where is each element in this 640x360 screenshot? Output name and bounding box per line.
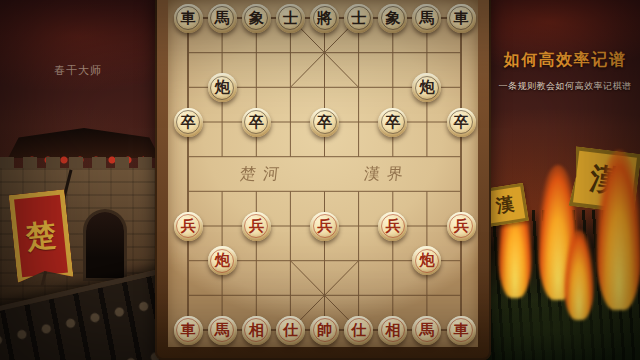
board-point-6-3[interactable]: 卒	[376, 105, 410, 140]
board-point-0-1[interactable]	[171, 36, 205, 71]
board-point-2-3[interactable]: 卒	[239, 105, 273, 140]
flame-icon	[596, 150, 640, 310]
black-piece-b[interactable]: 象	[378, 4, 407, 33]
promo-text-block: 如何高效率记谱 一条规则教会如何高效率记棋谱	[494, 50, 636, 93]
piece-glyph: 馬	[419, 322, 434, 337]
red-piece-n[interactable]: 馬	[208, 316, 237, 345]
red-piece-p[interactable]: 兵	[378, 212, 407, 241]
board-point-7-6[interactable]	[410, 209, 444, 244]
board-point-5-8[interactable]	[342, 278, 376, 313]
piece-glyph: 卒	[385, 114, 400, 129]
board-point-4-4[interactable]	[308, 140, 342, 175]
board-point-4-3[interactable]: 卒	[308, 105, 342, 140]
board-point-0-8[interactable]	[171, 278, 205, 313]
board-point-7-5[interactable]	[410, 174, 444, 209]
piece-glyph: 兵	[317, 218, 332, 233]
piece-glyph: 炮	[419, 253, 434, 268]
board-point-7-3[interactable]	[410, 105, 444, 140]
board-point-6-0[interactable]: 象	[376, 1, 410, 36]
piece-glyph: 車	[454, 322, 469, 337]
board-point-0-5[interactable]	[171, 174, 205, 209]
black-piece-p[interactable]: 卒	[242, 108, 271, 137]
board-point-8-3[interactable]: 卒	[444, 105, 478, 140]
board-point-5-9[interactable]: 仕	[342, 313, 376, 348]
chu-army-flag: 楚	[9, 189, 74, 282]
board-point-2-5[interactable]	[239, 174, 273, 209]
black-piece-a[interactable]: 士	[344, 4, 373, 33]
piece-glyph: 馬	[215, 10, 230, 25]
board-point-2-0[interactable]: 象	[239, 1, 273, 36]
board-point-2-2[interactable]	[239, 70, 273, 105]
black-piece-a[interactable]: 士	[276, 4, 305, 33]
piece-glyph: 兵	[249, 218, 264, 233]
black-piece-n[interactable]: 馬	[412, 4, 441, 33]
board-point-8-2[interactable]	[444, 70, 478, 105]
piece-glyph: 象	[385, 10, 400, 25]
board-point-4-8[interactable]	[308, 278, 342, 313]
board-point-3-0[interactable]: 士	[273, 1, 307, 36]
board-point-0-0[interactable]: 車	[171, 1, 205, 36]
red-piece-b[interactable]: 相	[242, 316, 271, 345]
red-piece-r[interactable]: 車	[174, 316, 203, 345]
board-point-1-1[interactable]	[205, 36, 239, 71]
board-point-2-1[interactable]	[239, 36, 273, 71]
board-point-2-7[interactable]	[239, 244, 273, 279]
piece-glyph: 馬	[215, 322, 230, 337]
board-point-8-0[interactable]: 車	[444, 1, 478, 36]
black-piece-p[interactable]: 卒	[447, 108, 476, 137]
black-piece-b[interactable]: 象	[242, 4, 271, 33]
red-piece-c[interactable]: 炮	[208, 246, 237, 275]
red-piece-p[interactable]: 兵	[174, 212, 203, 241]
board-point-6-7[interactable]	[376, 244, 410, 279]
piece-glyph: 車	[181, 322, 196, 337]
board-point-4-2[interactable]	[308, 70, 342, 105]
board-point-0-6[interactable]: 兵	[171, 209, 205, 244]
board-point-2-4[interactable]	[239, 140, 273, 175]
board-point-5-6[interactable]	[342, 209, 376, 244]
board-point-0-7[interactable]	[171, 244, 205, 279]
board-point-2-6[interactable]: 兵	[239, 209, 273, 244]
board-point-0-3[interactable]: 卒	[171, 105, 205, 140]
piece-glyph: 將	[317, 10, 332, 25]
board-point-8-9[interactable]: 車	[444, 313, 478, 348]
piece-glyph: 仕	[351, 322, 366, 337]
black-piece-r[interactable]: 車	[174, 4, 203, 33]
board-point-7-2[interactable]: 炮	[410, 70, 444, 105]
red-piece-b[interactable]: 相	[378, 316, 407, 345]
red-piece-a[interactable]: 仕	[344, 316, 373, 345]
board-point-0-2[interactable]	[171, 70, 205, 105]
black-piece-k[interactable]: 將	[310, 4, 339, 33]
xiangqi-board[interactable]: 楚河 漢界 車馬象士將士象馬車炮炮卒卒卒卒卒兵兵兵兵兵炮炮車馬相仕帥仕相馬車	[168, 0, 478, 347]
board-point-1-3[interactable]	[205, 105, 239, 140]
board-point-4-7[interactable]	[308, 244, 342, 279]
board-point-5-1[interactable]	[342, 36, 376, 71]
piece-glyph: 兵	[385, 218, 400, 233]
board-point-4-0[interactable]: 將	[308, 1, 342, 36]
board-point-8-6[interactable]: 兵	[444, 209, 478, 244]
board-point-7-8[interactable]	[410, 278, 444, 313]
black-piece-c[interactable]: 炮	[412, 73, 441, 102]
piece-glyph: 仕	[283, 322, 298, 337]
board-point-0-4[interactable]	[171, 140, 205, 175]
board-point-7-9[interactable]: 馬	[410, 313, 444, 348]
board-point-7-7[interactable]: 炮	[410, 244, 444, 279]
board-point-5-0[interactable]: 士	[342, 1, 376, 36]
board-point-5-5[interactable]	[342, 174, 376, 209]
board-point-5-2[interactable]	[342, 70, 376, 105]
board-point-4-1[interactable]	[308, 36, 342, 71]
board-point-8-4[interactable]	[444, 140, 478, 175]
piece-glyph: 象	[249, 10, 264, 25]
board-point-0-9[interactable]: 車	[171, 313, 205, 348]
board-point-1-9[interactable]: 馬	[205, 313, 239, 348]
board-point-3-6[interactable]	[273, 209, 307, 244]
piece-glyph: 相	[249, 322, 264, 337]
board-point-1-7[interactable]: 炮	[205, 244, 239, 279]
board-point-6-8[interactable]	[376, 278, 410, 313]
board-point-5-4[interactable]	[342, 140, 376, 175]
piece-glyph: 卒	[454, 114, 469, 129]
board-point-3-5[interactable]	[273, 174, 307, 209]
board-point-1-2[interactable]: 炮	[205, 70, 239, 105]
black-piece-p[interactable]: 卒	[310, 108, 339, 137]
red-piece-a[interactable]: 仕	[276, 316, 305, 345]
board-point-6-1[interactable]	[376, 36, 410, 71]
board-point-8-1[interactable]	[444, 36, 478, 71]
board-point-4-9[interactable]: 帥	[308, 313, 342, 348]
board-point-1-5[interactable]	[205, 174, 239, 209]
board-point-6-6[interactable]: 兵	[376, 209, 410, 244]
board-point-2-9[interactable]: 相	[239, 313, 273, 348]
board-point-7-1[interactable]	[410, 36, 444, 71]
red-piece-p[interactable]: 兵	[447, 212, 476, 241]
board-point-6-2[interactable]	[376, 70, 410, 105]
piece-glyph: 炮	[419, 80, 434, 95]
gate-arch	[86, 212, 124, 278]
black-piece-c[interactable]: 炮	[208, 73, 237, 102]
xiangqi-board-frame: 楚河 漢界 車馬象士將士象馬車炮炮卒卒卒卒卒兵兵兵兵兵炮炮車馬相仕帥仕相馬車	[155, 0, 491, 360]
piece-glyph: 炮	[215, 253, 230, 268]
board-point-7-0[interactable]: 馬	[410, 1, 444, 36]
board-point-5-3[interactable]	[342, 105, 376, 140]
board-point-3-3[interactable]	[273, 105, 307, 140]
piece-glyph: 車	[454, 10, 469, 25]
black-piece-p[interactable]: 卒	[174, 108, 203, 137]
piece-glyph: 兵	[181, 218, 196, 233]
piece-glyph: 卒	[181, 114, 196, 129]
flame-icon	[564, 230, 594, 320]
piece-glyph: 車	[181, 10, 196, 25]
board-point-6-9[interactable]: 相	[376, 313, 410, 348]
board-point-3-2[interactable]	[273, 70, 307, 105]
board-point-4-6[interactable]: 兵	[308, 209, 342, 244]
piece-glyph: 士	[283, 10, 298, 25]
red-piece-n[interactable]: 馬	[412, 316, 441, 345]
board-point-3-8[interactable]	[273, 278, 307, 313]
board-point-5-7[interactable]	[342, 244, 376, 279]
piece-glyph: 卒	[249, 114, 264, 129]
pieces-layer: 車馬象士將士象馬車炮炮卒卒卒卒卒兵兵兵兵兵炮炮車馬相仕帥仕相馬車	[171, 1, 478, 348]
piece-glyph: 士	[351, 10, 366, 25]
red-piece-r[interactable]: 車	[447, 316, 476, 345]
red-piece-p[interactable]: 兵	[310, 212, 339, 241]
chu-flag-character: 楚	[25, 220, 58, 253]
board-point-3-4[interactable]	[273, 140, 307, 175]
han-flag-character: 漢	[495, 195, 516, 216]
board-point-1-0[interactable]: 馬	[205, 1, 239, 36]
red-piece-k[interactable]: 帥	[310, 316, 339, 345]
board-point-4-5[interactable]	[308, 174, 342, 209]
board-point-8-8[interactable]	[444, 278, 478, 313]
piece-glyph: 帥	[317, 322, 332, 337]
board-point-6-4[interactable]	[376, 140, 410, 175]
board-point-8-5[interactable]	[444, 174, 478, 209]
board-point-7-4[interactable]	[410, 140, 444, 175]
board-point-3-7[interactable]	[273, 244, 307, 279]
promo-subtitle: 一条规则教会如何高效率记棋谱	[494, 80, 636, 93]
piece-glyph: 馬	[419, 10, 434, 25]
black-piece-n[interactable]: 馬	[208, 4, 237, 33]
red-piece-c[interactable]: 炮	[412, 246, 441, 275]
promo-title: 如何高效率记谱	[494, 50, 636, 71]
black-piece-r[interactable]: 車	[447, 4, 476, 33]
board-point-1-8[interactable]	[205, 278, 239, 313]
board-point-1-6[interactable]	[205, 209, 239, 244]
piece-glyph: 炮	[215, 80, 230, 95]
board-point-6-5[interactable]	[376, 174, 410, 209]
piece-glyph: 兵	[454, 218, 469, 233]
board-point-3-9[interactable]: 仕	[273, 313, 307, 348]
red-piece-p[interactable]: 兵	[242, 212, 271, 241]
piece-glyph: 相	[385, 322, 400, 337]
channel-watermark: 春干大师	[54, 63, 102, 78]
board-point-1-4[interactable]	[205, 140, 239, 175]
board-point-3-1[interactable]	[273, 36, 307, 71]
board-point-8-7[interactable]	[444, 244, 478, 279]
city-tower-roof	[8, 128, 160, 158]
video-frame: 楚 漢 漢 春干大师 如何高效率记谱 一条规则教会如何高效率记棋谱	[0, 0, 640, 360]
black-piece-p[interactable]: 卒	[378, 108, 407, 137]
board-point-2-8[interactable]	[239, 278, 273, 313]
piece-glyph: 卒	[317, 114, 332, 129]
